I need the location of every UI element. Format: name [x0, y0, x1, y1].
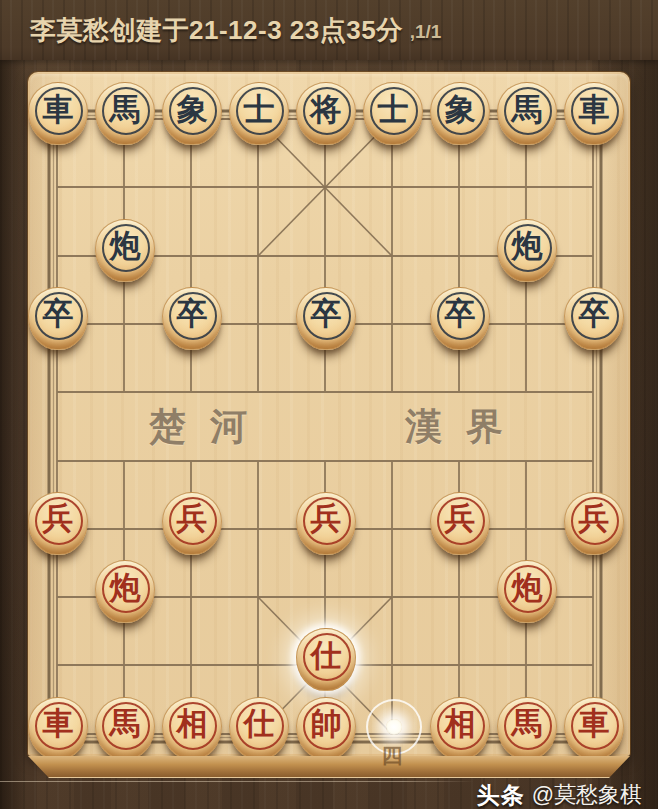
piece-glyph: 兵 [163, 491, 221, 547]
piece-black-soldier[interactable]: 卒 [430, 287, 490, 350]
piece-glyph: 車 [29, 696, 87, 752]
piece-red-soldier[interactable]: 兵 [430, 492, 490, 555]
header-bar: 李莫愁创建于21-12-3 23点35分 ,1/1 [0, 0, 658, 60]
piece-black-chariot[interactable]: 車 [564, 82, 624, 145]
board-front-edge [28, 756, 630, 778]
river-label-han-jie: 漢界 [405, 402, 527, 452]
piece-black-soldier[interactable]: 卒 [564, 287, 624, 350]
piece-glyph: 車 [29, 81, 87, 137]
piece-red-chariot[interactable]: 車 [28, 697, 88, 760]
origin-dot-icon [386, 719, 402, 735]
piece-red-soldier[interactable]: 兵 [162, 492, 222, 555]
app-screen: { "header": { "title": "李莫愁创建于21-12-3 23… [0, 0, 658, 809]
piece-glyph: 相 [163, 696, 221, 752]
divider-line [0, 781, 474, 782]
piece-glyph: 卒 [297, 286, 355, 342]
piece-glyph: 仕 [230, 696, 288, 752]
piece-black-advisor[interactable]: 士 [229, 82, 289, 145]
page-indicator: ,1/1 [410, 17, 442, 43]
brand-handle: @莫愁象棋 [532, 780, 642, 809]
piece-glyph: 卒 [431, 286, 489, 342]
piece-black-cannon[interactable]: 炮 [95, 219, 155, 282]
piece-glyph: 士 [364, 81, 422, 137]
piece-red-advisor[interactable]: 仕 [296, 628, 356, 691]
piece-glyph: 兵 [29, 491, 87, 547]
piece-glyph: 馬 [498, 81, 556, 137]
piece-black-general[interactable]: 将 [296, 82, 356, 145]
page-title: 李莫愁创建于21-12-3 23点35分 [30, 13, 403, 48]
piece-glyph: 炮 [96, 559, 154, 615]
piece-red-advisor[interactable]: 仕 [229, 697, 289, 760]
piece-red-elephant[interactable]: 相 [430, 697, 490, 760]
piece-glyph: 兵 [297, 491, 355, 547]
piece-glyph: 車 [565, 81, 623, 137]
piece-glyph: 馬 [498, 696, 556, 752]
piece-red-elephant[interactable]: 相 [162, 697, 222, 760]
piece-glyph: 仕 [297, 627, 355, 683]
piece-glyph: 馬 [96, 696, 154, 752]
piece-glyph: 卒 [565, 286, 623, 342]
piece-glyph: 卒 [163, 286, 221, 342]
piece-glyph: 兵 [431, 491, 489, 547]
piece-glyph: 炮 [498, 218, 556, 274]
piece-red-soldier[interactable]: 兵 [28, 492, 88, 555]
piece-glyph: 炮 [96, 218, 154, 274]
piece-red-soldier[interactable]: 兵 [296, 492, 356, 555]
piece-red-chariot[interactable]: 車 [564, 697, 624, 760]
piece-red-cannon[interactable]: 炮 [497, 560, 557, 623]
piece-glyph: 馬 [96, 81, 154, 137]
piece-glyph: 炮 [498, 559, 556, 615]
watermark: 头条 @莫愁象棋 [477, 782, 642, 808]
piece-red-horse[interactable]: 馬 [497, 697, 557, 760]
piece-glyph: 象 [431, 81, 489, 137]
piece-black-advisor[interactable]: 士 [363, 82, 423, 145]
piece-black-horse[interactable]: 馬 [95, 82, 155, 145]
piece-glyph: 帥 [297, 696, 355, 752]
piece-black-cannon[interactable]: 炮 [497, 219, 557, 282]
piece-red-soldier[interactable]: 兵 [564, 492, 624, 555]
piece-glyph: 兵 [565, 491, 623, 547]
piece-glyph: 象 [163, 81, 221, 137]
piece-glyph: 相 [431, 696, 489, 752]
piece-red-cannon[interactable]: 炮 [95, 560, 155, 623]
river-label-chu-he: 楚河 [149, 402, 271, 452]
piece-black-soldier[interactable]: 卒 [296, 287, 356, 350]
piece-black-soldier[interactable]: 卒 [162, 287, 222, 350]
piece-glyph: 車 [565, 696, 623, 752]
piece-red-general[interactable]: 帥 [296, 697, 356, 760]
piece-black-elephant[interactable]: 象 [162, 82, 222, 145]
piece-black-chariot[interactable]: 車 [28, 82, 88, 145]
piece-black-elephant[interactable]: 象 [430, 82, 490, 145]
piece-red-horse[interactable]: 馬 [95, 697, 155, 760]
brand-toutiao: 头条 [477, 780, 525, 809]
file-label-four: 四 [382, 742, 403, 770]
piece-glyph: 士 [230, 81, 288, 137]
piece-glyph: 卒 [29, 286, 87, 342]
piece-glyph: 将 [297, 81, 355, 137]
piece-black-soldier[interactable]: 卒 [28, 287, 88, 350]
piece-black-horse[interactable]: 馬 [497, 82, 557, 145]
xiangqi-board[interactable]: 楚河 漢界 車馬象士将士象馬車炮炮卒卒卒卒卒兵兵兵兵兵炮炮仕車馬相仕帥相馬車 [28, 72, 630, 756]
